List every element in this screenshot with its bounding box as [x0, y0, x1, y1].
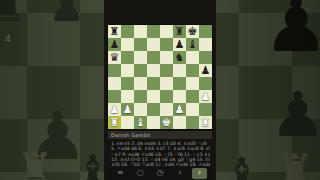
white-pawn[interactable]: ♟ [175, 104, 185, 115]
square-c1[interactable]: ♝ [134, 116, 147, 129]
square-h8[interactable] [199, 25, 212, 38]
square-b4[interactable] [121, 77, 134, 90]
square-b1[interactable] [121, 116, 134, 129]
black-bishop[interactable]: ♝ [188, 39, 198, 50]
white-rook[interactable]: ♜ [110, 117, 120, 128]
square-h1[interactable]: ♜ [199, 116, 212, 129]
square-f7[interactable]: ♟ [173, 38, 186, 51]
square-e5[interactable] [160, 64, 173, 77]
square-a8[interactable]: ♜ [108, 25, 121, 38]
square-f4[interactable] [173, 77, 186, 90]
black-king[interactable]: ♚ [188, 26, 198, 37]
square-f2[interactable]: ♟ [173, 103, 186, 116]
square-g5[interactable] [186, 64, 199, 77]
black-pawn[interactable]: ♟ [110, 39, 120, 50]
back-icon[interactable]: ‹ [172, 168, 187, 179]
square-e8[interactable] [160, 25, 173, 38]
white-pawn[interactable]: ♟ [123, 104, 133, 115]
square-g6[interactable] [186, 51, 199, 64]
square-h3[interactable]: ♟ [199, 90, 212, 103]
square-h4[interactable] [199, 77, 212, 90]
square-a5[interactable] [108, 64, 121, 77]
square-e2[interactable] [160, 103, 173, 116]
white-king[interactable]: ♚ [162, 117, 172, 128]
square-a7[interactable]: ♟ [108, 38, 121, 51]
square-b3[interactable] [121, 90, 134, 103]
forward-icon[interactable]: › [192, 168, 207, 179]
square-h7[interactable] [199, 38, 212, 51]
square-c8[interactable] [134, 25, 147, 38]
square-h2[interactable] [199, 103, 212, 116]
square-f8[interactable]: ♜ [173, 25, 186, 38]
square-g4[interactable] [186, 77, 199, 90]
square-d4[interactable] [147, 77, 160, 90]
playback-toolbar: ≡○◷‹› [108, 167, 212, 179]
square-d6[interactable] [147, 51, 160, 64]
video-frame: 4 ♜♟♟♟♟♜♝♝♜ ♜♜♚♟♟♝♛♞♟♟♟♟♟♜♝♚♜ Danish Gam… [0, 0, 320, 180]
move-panel: Danish Gambit 1. e4 e5 2. d4 exd4 3. c3 … [108, 131, 212, 180]
square-c3[interactable] [134, 90, 147, 103]
square-a2[interactable]: ♟ [108, 103, 121, 116]
square-d2[interactable] [147, 103, 160, 116]
square-f3[interactable] [173, 90, 186, 103]
square-g1[interactable] [186, 116, 199, 129]
move-line[interactable]: 5. ♕xd4 d6 6. ♗b5 ♗d7 7. ♗xc6 ♗xc6 8. e5 [111, 146, 210, 151]
white-bishop[interactable]: ♝ [136, 117, 146, 128]
square-f5[interactable] [173, 64, 186, 77]
square-d8[interactable] [147, 25, 160, 38]
square-c7[interactable] [134, 38, 147, 51]
square-e4[interactable] [160, 77, 173, 90]
square-g2[interactable] [186, 103, 199, 116]
square-h5[interactable]: ♟ [199, 64, 212, 77]
square-d7[interactable] [147, 38, 160, 51]
black-queen[interactable]: ♛ [110, 52, 120, 63]
flip-board-icon[interactable]: ○ [133, 168, 148, 179]
app-column: ♜♜♚♟♟♝♛♞♟♟♟♟♟♜♝♚♜ Danish Gambit 1. e4 e5… [104, 0, 216, 180]
square-e6[interactable] [160, 51, 173, 64]
clock-icon[interactable]: ◷ [152, 168, 167, 179]
menu-icon[interactable]: ≡ [113, 168, 128, 179]
square-b6[interactable] [121, 51, 134, 64]
chess-board[interactable]: ♜♜♚♟♟♝♛♞♟♟♟♟♟♜♝♚♜ [108, 25, 212, 129]
square-f6[interactable]: ♞ [173, 51, 186, 64]
square-b5[interactable] [121, 64, 134, 77]
square-c5[interactable] [134, 64, 147, 77]
white-pawn[interactable]: ♟ [201, 91, 211, 102]
square-f1[interactable] [173, 116, 186, 129]
square-d1[interactable] [147, 116, 160, 129]
black-knight[interactable]: ♞ [175, 52, 185, 63]
white-pawn[interactable]: ♟ [110, 104, 120, 115]
square-b8[interactable] [121, 25, 134, 38]
square-a6[interactable]: ♛ [108, 51, 121, 64]
square-d3[interactable] [147, 90, 160, 103]
square-a4[interactable] [108, 77, 121, 90]
black-rook[interactable]: ♜ [110, 26, 120, 37]
square-g3[interactable] [186, 90, 199, 103]
square-c2[interactable] [134, 103, 147, 116]
square-a3[interactable] [108, 90, 121, 103]
black-pawn[interactable]: ♟ [201, 65, 211, 76]
square-c6[interactable] [134, 51, 147, 64]
square-h6[interactable] [199, 51, 212, 64]
square-e7[interactable] [160, 38, 173, 51]
square-a1[interactable]: ♜ [108, 116, 121, 129]
square-d5[interactable] [147, 64, 160, 77]
move-list: 1. e4 e5 2. d4 exd4 3. c3 d3 4. ♗xd3 ♘c6… [108, 139, 212, 167]
opening-name: Danish Gambit [108, 131, 212, 139]
square-c4[interactable] [134, 77, 147, 90]
square-e3[interactable] [160, 90, 173, 103]
black-rook[interactable]: ♜ [175, 26, 185, 37]
square-g8[interactable]: ♚ [186, 25, 199, 38]
white-rook[interactable]: ♜ [201, 117, 211, 128]
square-b7[interactable] [121, 38, 134, 51]
square-g7[interactable]: ♝ [186, 38, 199, 51]
square-e1[interactable]: ♚ [160, 116, 173, 129]
black-pawn[interactable]: ♟ [175, 39, 185, 50]
square-b2[interactable]: ♟ [121, 103, 134, 116]
